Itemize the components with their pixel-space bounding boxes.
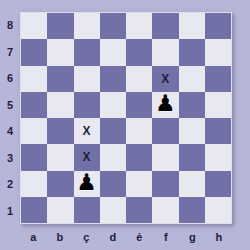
x-mark-f6: X [161, 73, 169, 85]
square-g2[interactable] [179, 171, 205, 197]
rank-label-2: 2 [0, 171, 20, 198]
x-mark-c4: X [83, 125, 91, 137]
square-a3[interactable] [21, 144, 47, 170]
square-b6[interactable] [47, 66, 73, 92]
square-f3[interactable] [152, 144, 178, 170]
square-b8[interactable] [47, 13, 73, 39]
square-e2[interactable] [126, 171, 152, 197]
square-h8[interactable] [205, 13, 231, 39]
file-label-g: g [179, 227, 206, 247]
square-g3[interactable] [179, 144, 205, 170]
rank-labels: 87654321 [0, 12, 20, 224]
square-h2[interactable] [205, 171, 231, 197]
square-e8[interactable] [126, 13, 152, 39]
square-f8[interactable] [152, 13, 178, 39]
square-g1[interactable] [179, 197, 205, 223]
rank-label-6: 6 [0, 65, 20, 92]
file-label-a: a [20, 227, 47, 247]
square-a5[interactable] [21, 92, 47, 118]
square-g8[interactable] [179, 13, 205, 39]
square-b7[interactable] [47, 39, 73, 65]
file-labels: abçdėfgh [20, 227, 232, 247]
square-b3[interactable] [47, 144, 73, 170]
square-d6[interactable] [100, 66, 126, 92]
square-h5[interactable] [205, 92, 231, 118]
square-d4[interactable] [100, 118, 126, 144]
rank-label-1: 1 [0, 198, 20, 225]
square-e6[interactable] [126, 66, 152, 92]
square-e3[interactable] [126, 144, 152, 170]
x-mark-c3: X [83, 151, 91, 163]
square-a6[interactable] [21, 66, 47, 92]
square-c4[interactable]: X [74, 118, 100, 144]
square-b4[interactable] [47, 118, 73, 144]
square-d5[interactable] [100, 92, 126, 118]
square-d2[interactable] [100, 171, 126, 197]
square-d7[interactable] [100, 39, 126, 65]
square-e1[interactable] [126, 197, 152, 223]
rank-label-4: 4 [0, 118, 20, 145]
square-e7[interactable] [126, 39, 152, 65]
square-d3[interactable] [100, 144, 126, 170]
rank-label-5: 5 [0, 92, 20, 119]
square-c8[interactable] [74, 13, 100, 39]
file-label-e: ė [126, 227, 153, 247]
square-f1[interactable] [152, 197, 178, 223]
square-c2[interactable]: ♟ [74, 171, 100, 197]
chess-board: X♟XX♟ [20, 12, 232, 224]
square-b2[interactable] [47, 171, 73, 197]
square-h1[interactable] [205, 197, 231, 223]
square-a8[interactable] [21, 13, 47, 39]
square-g5[interactable] [179, 92, 205, 118]
square-h7[interactable] [205, 39, 231, 65]
square-g6[interactable] [179, 66, 205, 92]
square-g7[interactable] [179, 39, 205, 65]
rank-label-3: 3 [0, 145, 20, 172]
square-c5[interactable] [74, 92, 100, 118]
square-c7[interactable] [74, 39, 100, 65]
square-h6[interactable] [205, 66, 231, 92]
square-f7[interactable] [152, 39, 178, 65]
black-pawn[interactable]: ♟ [155, 92, 176, 115]
chess-diagram: 87654321 X♟XX♟ abçdėfgh [0, 0, 250, 250]
square-c3[interactable]: X [74, 144, 100, 170]
file-label-h: h [206, 227, 233, 247]
square-a4[interactable] [21, 118, 47, 144]
file-label-f: f [153, 227, 180, 247]
square-b5[interactable] [47, 92, 73, 118]
square-d8[interactable] [100, 13, 126, 39]
square-g4[interactable] [179, 118, 205, 144]
square-d1[interactable] [100, 197, 126, 223]
square-b1[interactable] [47, 197, 73, 223]
square-f4[interactable] [152, 118, 178, 144]
square-f6[interactable]: X [152, 66, 178, 92]
square-e4[interactable] [126, 118, 152, 144]
square-e5[interactable] [126, 92, 152, 118]
black-pawn[interactable]: ♟ [76, 171, 97, 194]
square-h4[interactable] [205, 118, 231, 144]
square-a2[interactable] [21, 171, 47, 197]
square-a7[interactable] [21, 39, 47, 65]
square-c1[interactable] [74, 197, 100, 223]
square-c6[interactable] [74, 66, 100, 92]
file-label-c: ç [73, 227, 100, 247]
square-f2[interactable] [152, 171, 178, 197]
square-h3[interactable] [205, 144, 231, 170]
rank-label-7: 7 [0, 39, 20, 66]
square-a1[interactable] [21, 197, 47, 223]
square-f5[interactable]: ♟ [152, 92, 178, 118]
file-label-b: b [47, 227, 74, 247]
rank-label-8: 8 [0, 12, 20, 39]
file-label-d: d [100, 227, 127, 247]
